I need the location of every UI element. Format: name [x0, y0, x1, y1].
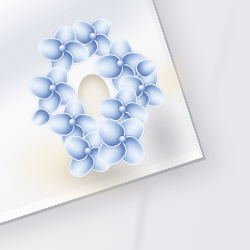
petal [28, 105, 53, 130]
product-photo [0, 0, 250, 250]
marble-vein [132, 186, 149, 250]
floret-gap-left [28, 91, 64, 127]
marble-vein [210, 7, 237, 100]
petal [133, 55, 159, 80]
hydrangea-brooch [18, 10, 178, 185]
